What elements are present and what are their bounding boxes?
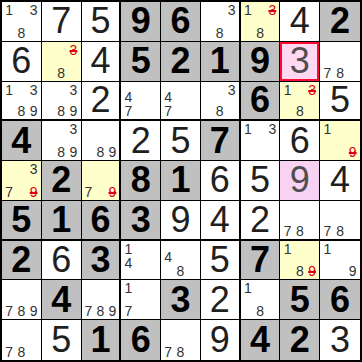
given-digit: 3 (121, 201, 160, 239)
empty-mark-slot (321, 43, 334, 54)
hint-digit: 9 (280, 161, 319, 200)
empty-mark-slot (187, 83, 199, 91)
empty-mark-slot (28, 321, 40, 333)
cell-r6c9[interactable]: 78 (320, 201, 360, 241)
candidate-3: 3 (67, 122, 79, 136)
empty-mark-slot (202, 97, 214, 105)
empty-mark-slot (15, 321, 27, 333)
candidate-8: 8 (294, 224, 306, 238)
candidate-9: 9 (106, 304, 118, 318)
empty-mark-slot (28, 17, 40, 26)
hint-digit: 3 (280, 42, 319, 81)
solved-digit: 6 (280, 121, 319, 160)
candidate-7: 7 (162, 345, 174, 359)
empty-mark-slot (266, 136, 278, 147)
empty-mark-slot (106, 122, 118, 133)
cell-r2c7[interactable]: 9 (241, 42, 281, 82)
sudoku-board: 1387596381384263845219378138938924747386… (0, 0, 362, 362)
candidate-8: 8 (15, 104, 27, 118)
cell-r1c5[interactable]: 6 (161, 2, 201, 42)
candidate-1: 1 (321, 122, 334, 136)
pencil-marks: 789 (83, 281, 119, 318)
solved-digit: 9 (201, 320, 239, 360)
pencil-marks: 17 (122, 281, 159, 318)
cell-r1c9[interactable]: 2 (320, 2, 360, 42)
empty-mark-slot (242, 148, 254, 159)
candidate-8: 8 (55, 145, 67, 159)
pencil-marks: 138 (242, 3, 279, 40)
empty-mark-slot (187, 90, 199, 104)
pencil-marks: 19 (321, 242, 359, 279)
given-digit: 1 (201, 42, 239, 81)
empty-mark-slot (147, 281, 159, 295)
cell-r2c4[interactable]: 5 (121, 42, 161, 82)
cell-r6c7[interactable]: 2 (241, 201, 281, 241)
cell-r2c8[interactable]: 3 (280, 42, 320, 82)
candidate-8: 8 (334, 66, 347, 80)
empty-mark-slot (346, 122, 359, 136)
candidate-8: 8 (294, 264, 306, 278)
candidate-1: 1 (3, 3, 15, 17)
cell-r1c7[interactable]: 138 (241, 2, 281, 42)
empty-mark-slot (187, 104, 199, 118)
cell-r7c9[interactable]: 19 (320, 241, 360, 281)
cell-r3c6[interactable]: 38 (201, 82, 241, 122)
empty-mark-slot (306, 104, 318, 118)
cell-r1c1[interactable]: 138 (2, 2, 42, 42)
empty-mark-slot (214, 3, 226, 17)
candidate-1: 1 (281, 242, 293, 256)
cell-r1c6[interactable]: 38 (201, 2, 241, 42)
pencil-marks: 78 (3, 321, 40, 359)
empty-mark-slot (3, 281, 15, 292)
cell-r8c9[interactable]: 6 (320, 280, 360, 320)
empty-mark-slot (321, 136, 334, 145)
empty-mark-slot (334, 202, 347, 213)
pencil-marks: 89 (83, 122, 119, 159)
solved-digit: 5 (161, 121, 200, 160)
empty-mark-slot (306, 242, 318, 256)
solved-digit: 2 (82, 82, 120, 120)
pencil-marks: 47 (162, 83, 199, 119)
cell-r9c1[interactable]: 78 (2, 320, 42, 360)
empty-mark-slot (67, 66, 79, 80)
candidate-1: 1 (242, 281, 254, 295)
cell-r4c6[interactable]: 7 (201, 121, 241, 161)
solved-digit: 2 (201, 280, 239, 319)
cell-r5c5[interactable]: 1 (161, 161, 201, 201)
given-digit: 6 (121, 320, 160, 360)
cell-r3c8[interactable]: 138 (280, 82, 320, 122)
empty-mark-slot (266, 26, 278, 40)
solved-digit: 5 (42, 320, 81, 360)
candidate-9-eliminated: 9 (306, 264, 318, 278)
cell-r6c2[interactable]: 1 (42, 201, 82, 241)
empty-mark-slot (321, 145, 334, 159)
cell-r9c6[interactable]: 9 (201, 320, 241, 360)
empty-mark-slot (254, 122, 266, 136)
empty-mark-slot (346, 202, 359, 213)
empty-mark-slot (202, 104, 214, 118)
cell-r3c5[interactable]: 47 (161, 82, 201, 122)
empty-mark-slot (28, 333, 40, 345)
empty-mark-slot (242, 136, 254, 147)
given-digit: 9 (121, 2, 160, 41)
empty-mark-slot (226, 97, 238, 105)
empty-mark-slot (187, 242, 199, 251)
cell-r8c1[interactable]: 789 (2, 280, 42, 320)
solved-digit: 2 (121, 121, 160, 160)
cell-r8c6[interactable]: 2 (201, 280, 241, 320)
empty-mark-slot (346, 66, 359, 80)
given-digit: 3 (82, 241, 120, 280)
given-digit: 6 (320, 280, 360, 319)
empty-mark-slot (334, 136, 347, 145)
empty-mark-slot (3, 26, 15, 40)
cell-r5c3[interactable]: 79 (82, 161, 122, 201)
empty-mark-slot (135, 83, 147, 91)
given-digit: 1 (82, 320, 120, 360)
candidate-8: 8 (214, 26, 226, 40)
cell-r8c3[interactable]: 789 (82, 280, 122, 320)
cell-r9c3[interactable]: 1 (82, 320, 122, 360)
cell-r3c2[interactable]: 389 (42, 82, 82, 122)
candidate-3-eliminated: 3 (306, 83, 318, 97)
empty-mark-slot (135, 242, 147, 256)
given-digit: 4 (241, 320, 280, 360)
empty-mark-slot (294, 202, 306, 213)
given-digit: 5 (121, 42, 160, 81)
cell-r6c5[interactable]: 9 (161, 201, 201, 241)
candidate-9: 9 (28, 304, 40, 318)
empty-mark-slot (254, 281, 266, 295)
given-digit: 8 (121, 161, 160, 200)
empty-mark-slot (174, 104, 186, 118)
empty-mark-slot (55, 83, 67, 97)
cell-r1c4[interactable]: 9 (121, 2, 161, 42)
cell-r4c9[interactable]: 19 (320, 121, 360, 161)
empty-mark-slot (242, 304, 254, 318)
cell-r6c8[interactable]: 78 (280, 201, 320, 241)
cell-r5c6[interactable]: 6 (201, 161, 241, 201)
solved-digit: 6 (42, 241, 81, 280)
solved-digit: 4 (320, 161, 360, 200)
solved-digit: 9 (161, 201, 200, 239)
empty-mark-slot (226, 17, 238, 26)
solved-digit: 5 (241, 161, 280, 200)
cell-r5c8[interactable]: 9 (280, 161, 320, 201)
pencil-marks: 789 (3, 281, 40, 318)
empty-mark-slot (162, 264, 174, 278)
empty-mark-slot (3, 104, 15, 118)
candidate-8: 8 (214, 104, 226, 118)
candidate-7: 7 (3, 304, 15, 318)
empty-mark-slot (174, 250, 186, 264)
given-digit: 5 (2, 201, 41, 239)
candidate-8: 8 (294, 104, 306, 118)
empty-mark-slot (55, 43, 67, 57)
empty-mark-slot (187, 345, 199, 359)
cell-r2c1[interactable]: 6 (2, 42, 42, 82)
candidate-3-eliminated: 3 (266, 3, 278, 17)
given-digit: 1 (42, 201, 81, 239)
empty-mark-slot (3, 97, 15, 105)
empty-mark-slot (3, 162, 15, 176)
cell-r8c7[interactable]: 18 (241, 280, 281, 320)
empty-mark-slot (187, 250, 199, 264)
given-digit: 9 (241, 42, 280, 81)
pencil-marks: 78 (321, 43, 359, 80)
candidate-7: 7 (3, 185, 15, 199)
candidate-1: 1 (122, 281, 134, 295)
empty-mark-slot (147, 104, 159, 118)
cell-r7c6[interactable]: 5 (201, 241, 241, 281)
empty-mark-slot (94, 281, 106, 292)
empty-mark-slot (266, 304, 278, 318)
cell-r6c4[interactable]: 3 (121, 201, 161, 241)
cell-r6c3[interactable]: 6 (82, 201, 122, 241)
cell-r9c5[interactable]: 78 (161, 320, 201, 360)
empty-mark-slot (281, 264, 293, 278)
cell-r5c1[interactable]: 379 (2, 161, 42, 201)
cell-r7c3[interactable]: 3 (82, 241, 122, 281)
pencil-marks: 389 (43, 83, 80, 119)
solved-digit: 5 (201, 241, 239, 280)
cell-r4c8[interactable]: 6 (280, 121, 320, 161)
empty-mark-slot (106, 162, 118, 173)
candidate-9: 9 (346, 264, 359, 278)
empty-mark-slot (202, 83, 214, 97)
empty-mark-slot (281, 256, 293, 265)
candidate-7: 7 (321, 224, 334, 238)
candidate-3: 3 (28, 162, 40, 176)
candidate-8: 8 (174, 264, 186, 278)
candidate-4: 4 (122, 256, 134, 270)
empty-mark-slot (135, 256, 147, 270)
candidate-3: 3 (67, 83, 79, 97)
cell-r5c2[interactable]: 2 (42, 161, 82, 201)
cell-r1c3[interactable]: 5 (82, 2, 122, 42)
empty-mark-slot (135, 295, 147, 304)
cell-r2c6[interactable]: 1 (201, 42, 241, 82)
candidate-7: 7 (83, 185, 95, 199)
empty-mark-slot (147, 90, 159, 104)
cell-r2c9[interactable]: 78 (320, 42, 360, 82)
candidate-9: 9 (28, 104, 40, 118)
solved-digit: 4 (82, 42, 120, 81)
candidate-8: 8 (15, 26, 27, 40)
empty-mark-slot (3, 321, 15, 333)
empty-mark-slot (266, 281, 278, 295)
cell-r9c8[interactable]: 2 (280, 320, 320, 360)
cell-r5c4[interactable]: 8 (121, 161, 161, 201)
empty-mark-slot (306, 202, 318, 213)
cell-r9c2[interactable]: 5 (42, 320, 82, 360)
empty-mark-slot (135, 270, 147, 279)
solved-digit: 4 (280, 2, 319, 41)
candidate-8: 8 (55, 66, 67, 80)
empty-mark-slot (346, 54, 359, 65)
empty-mark-slot (15, 83, 27, 97)
cell-r7c2[interactable]: 6 (42, 241, 82, 281)
cell-r2c5[interactable]: 2 (161, 42, 201, 82)
cell-r3c1[interactable]: 1389 (2, 82, 42, 122)
empty-mark-slot (83, 162, 95, 173)
empty-mark-slot (147, 83, 159, 91)
cell-r7c7[interactable]: 7 (241, 241, 281, 281)
empty-mark-slot (334, 145, 347, 159)
candidate-4: 4 (162, 250, 174, 264)
candidate-3-eliminated: 3 (67, 43, 79, 57)
empty-mark-slot (266, 148, 278, 159)
empty-mark-slot (242, 26, 254, 40)
solved-digit: 2 (241, 201, 280, 239)
given-digit: 2 (161, 42, 200, 81)
empty-mark-slot (334, 122, 347, 136)
candidate-8: 8 (334, 224, 347, 238)
empty-mark-slot (321, 54, 334, 65)
pencil-marks: 38 (202, 83, 238, 119)
cell-r3c7[interactable]: 6 (241, 82, 281, 122)
cell-r9c7[interactable]: 4 (241, 320, 281, 360)
empty-mark-slot (135, 90, 147, 104)
pencil-marks: 379 (3, 162, 40, 199)
candidate-3: 3 (226, 83, 238, 97)
cell-r4c7[interactable]: 13 (241, 121, 281, 161)
empty-mark-slot (3, 17, 15, 26)
empty-mark-slot (174, 321, 186, 333)
cell-r7c4[interactable]: 14 (121, 241, 161, 281)
empty-mark-slot (43, 122, 55, 136)
empty-mark-slot (43, 66, 55, 80)
cell-r8c4[interactable]: 17 (121, 280, 161, 320)
candidate-3: 3 (226, 3, 238, 17)
solved-digit: 7 (42, 2, 81, 41)
empty-mark-slot (147, 270, 159, 279)
empty-mark-slot (83, 145, 95, 159)
empty-mark-slot (306, 97, 318, 105)
empty-mark-slot (226, 26, 238, 40)
cell-r8c8[interactable]: 5 (280, 280, 320, 320)
empty-mark-slot (306, 224, 318, 238)
empty-mark-slot (83, 281, 95, 292)
given-digit: 7 (201, 121, 239, 160)
candidate-7: 7 (162, 104, 174, 118)
cell-r3c3[interactable]: 2 (82, 82, 122, 122)
cell-r5c9[interactable]: 4 (320, 161, 360, 201)
empty-mark-slot (15, 162, 27, 176)
empty-mark-slot (174, 83, 186, 91)
empty-mark-slot (147, 304, 159, 318)
empty-mark-slot (135, 104, 147, 118)
candidate-8: 8 (15, 304, 27, 318)
pencil-marks: 19 (321, 122, 359, 159)
cell-r6c6[interactable]: 4 (201, 201, 241, 241)
empty-mark-slot (321, 256, 334, 265)
empty-mark-slot (15, 3, 27, 17)
candidate-8: 8 (94, 304, 106, 318)
pencil-marks: 38 (43, 43, 80, 80)
cell-r4c4[interactable]: 2 (121, 121, 161, 161)
empty-mark-slot (94, 173, 106, 184)
empty-mark-slot (214, 83, 226, 97)
given-digit: 2 (280, 320, 319, 360)
cell-r8c5[interactable]: 3 (161, 280, 201, 320)
empty-mark-slot (43, 136, 55, 145)
empty-mark-slot (294, 242, 306, 256)
empty-mark-slot (202, 17, 214, 26)
cell-r1c2[interactable]: 7 (42, 2, 82, 42)
cell-r3c4[interactable]: 47 (121, 82, 161, 122)
empty-mark-slot (254, 3, 266, 17)
given-digit: 3 (161, 280, 200, 319)
cell-r4c3[interactable]: 89 (82, 121, 122, 161)
empty-mark-slot (254, 136, 266, 147)
empty-mark-slot (254, 148, 266, 159)
empty-mark-slot (334, 256, 347, 265)
empty-mark-slot (281, 202, 293, 213)
given-digit: 7 (241, 241, 280, 280)
cell-r7c1[interactable]: 2 (2, 241, 42, 281)
solved-digit: 5 (82, 2, 120, 41)
empty-mark-slot (281, 104, 293, 118)
candidate-1: 1 (242, 122, 254, 136)
empty-mark-slot (242, 295, 254, 304)
candidate-8: 8 (254, 26, 266, 40)
pencil-marks: 13 (242, 122, 279, 159)
empty-mark-slot (28, 26, 40, 40)
empty-mark-slot (346, 242, 359, 256)
pencil-marks: 48 (162, 242, 199, 279)
solved-digit: 3 (320, 320, 360, 360)
cell-r7c8[interactable]: 189 (280, 241, 320, 281)
cell-r4c1[interactable]: 4 (2, 121, 42, 161)
empty-mark-slot (266, 295, 278, 304)
empty-mark-slot (334, 242, 347, 256)
cell-r7c5[interactable]: 48 (161, 241, 201, 281)
empty-mark-slot (55, 122, 67, 136)
empty-mark-slot (294, 83, 306, 97)
given-digit: 6 (161, 2, 200, 41)
cell-r6c1[interactable]: 5 (2, 201, 42, 241)
candidate-8: 8 (174, 345, 186, 359)
cell-r2c2[interactable]: 38 (42, 42, 82, 82)
empty-mark-slot (266, 17, 278, 26)
cell-r1c8[interactable]: 4 (280, 2, 320, 42)
candidate-7: 7 (122, 104, 134, 118)
cell-r4c2[interactable]: 389 (42, 121, 82, 161)
candidate-3: 3 (266, 122, 278, 136)
cell-r9c4[interactable]: 6 (121, 320, 161, 360)
cell-r9c9[interactable]: 3 (320, 320, 360, 360)
candidate-9-eliminated: 9 (346, 145, 359, 159)
pencil-marks: 389 (43, 122, 80, 159)
candidate-4: 4 (122, 90, 134, 104)
cell-r8c2[interactable]: 4 (42, 280, 82, 320)
pencil-marks: 189 (281, 242, 318, 279)
empty-mark-slot (346, 43, 359, 54)
given-digit: 4 (42, 280, 81, 319)
empty-mark-slot (162, 321, 174, 333)
cell-r3c9[interactable]: 5 (320, 82, 360, 122)
pencil-marks: 38 (202, 3, 238, 40)
cell-r2c3[interactable]: 4 (82, 42, 122, 82)
empty-mark-slot (147, 295, 159, 304)
cell-r5c7[interactable]: 5 (241, 161, 281, 201)
cell-r4c5[interactable]: 5 (161, 121, 201, 161)
candidate-9: 9 (106, 145, 118, 159)
candidate-9-eliminated: 9 (106, 185, 118, 199)
